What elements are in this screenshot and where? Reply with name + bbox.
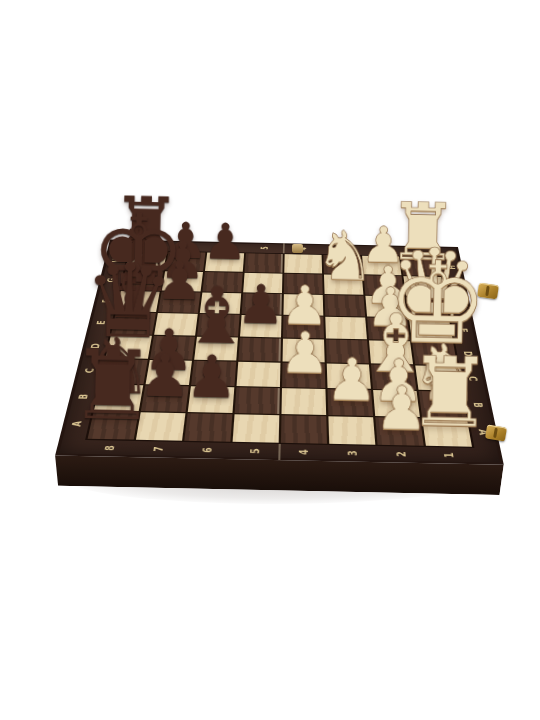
piece-black-rook[interactable]: ♜ [68, 336, 156, 434]
square-a6[interactable] [184, 413, 232, 441]
piece-black-pawn[interactable]: ♟ [202, 217, 248, 268]
square-a3[interactable] [328, 416, 375, 444]
square-c4[interactable]: ♟ [282, 363, 325, 388]
square-f3[interactable] [325, 295, 366, 316]
piece-white-pawn[interactable]: ♟ [278, 325, 330, 383]
piece-black-pawn[interactable]: ♟ [184, 348, 238, 408]
square-c5[interactable] [237, 362, 281, 387]
square-b4[interactable] [281, 388, 326, 415]
square-b3[interactable]: ♟ [328, 389, 373, 416]
hinge-icon [477, 283, 499, 300]
square-a5[interactable] [233, 414, 280, 442]
chess-board: ♜♟♟♟♜♞♟♞♚♟♟♝♟♟♟♛♛♝♚♟♟♝♞♟♟♟♟♞♜♟♜ [88, 251, 472, 447]
square-g3[interactable]: ♞ [324, 274, 363, 294]
square-b6[interactable]: ♟ [188, 386, 235, 413]
square-b5[interactable] [235, 387, 280, 414]
piece-white-pawn[interactable]: ♟ [324, 351, 378, 411]
square-a8[interactable]: ♜ [88, 411, 139, 439]
product-photo-scene: 87654321 87654321 HGFEDCBA HGFEDCBA ♜♟♟♟… [0, 0, 540, 720]
case-clasp [292, 244, 303, 253]
folding-chess-case: 87654321 87654321 HGFEDCBA HGFEDCBA ♜♟♟♟… [55, 240, 504, 465]
square-a1[interactable]: ♜ [422, 418, 472, 446]
square-a4[interactable] [281, 415, 327, 443]
piece-white-rook[interactable]: ♜ [405, 343, 493, 441]
